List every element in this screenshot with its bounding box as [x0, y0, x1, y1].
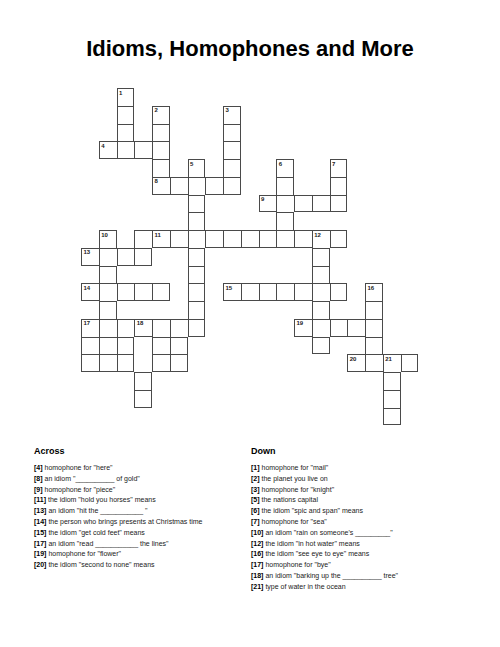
- cell-number-4: 4: [101, 143, 104, 150]
- clue-text: the planet you live on: [260, 475, 328, 482]
- clue-text: the idiom "see eye to eye" means: [263, 550, 369, 557]
- clue-across-11: [11] the idiom "hold you horses" means: [34, 495, 244, 506]
- grid-cell-r11c2[interactable]: [117, 283, 135, 301]
- grid-cell-r15c17[interactable]: 21: [383, 354, 401, 372]
- clue-number-label: [11]: [34, 496, 46, 503]
- clue-across-20: [20] the idiom "second to none" means: [34, 560, 244, 571]
- down-clue-list: [1] homophone for "mail"[2] the planet y…: [251, 463, 491, 593]
- grid-cell-r3c4[interactable]: [152, 141, 170, 159]
- clue-number-label: [3]: [251, 486, 260, 493]
- grid-cell-r16c17[interactable]: [383, 372, 401, 390]
- grid-cell-r2c4[interactable]: [152, 124, 170, 142]
- clue-number-label: [17]: [34, 540, 46, 547]
- grid-cell-r9c3[interactable]: [134, 248, 152, 266]
- grid-cell-r13c6[interactable]: [188, 319, 206, 337]
- clue-number-label: [10]: [251, 529, 263, 536]
- clue-number-label: [18]: [251, 572, 263, 579]
- clue-number-label: [8]: [34, 475, 43, 482]
- grid-cell-r7c6[interactable]: [188, 212, 206, 230]
- grid-cell-r1c2[interactable]: [117, 106, 135, 124]
- grid-cell-r12c6[interactable]: [188, 301, 206, 319]
- clue-number-label: [9]: [34, 486, 43, 493]
- clue-text: the nations capital: [260, 496, 318, 503]
- grid-cell-r11c0[interactable]: 14: [81, 283, 99, 301]
- clue-number-label: [4]: [34, 464, 43, 471]
- cell-number-15: 15: [226, 285, 233, 292]
- clue-across-15: [15] the idiom "get cold feet" means: [34, 528, 244, 539]
- clue-number-label: [13]: [34, 507, 46, 514]
- grid-cell-r6c12[interactable]: [294, 195, 312, 213]
- cell-number-17: 17: [84, 320, 91, 327]
- cell-number-19: 19: [297, 320, 304, 327]
- grid-cell-r8c11[interactable]: [276, 230, 294, 248]
- clue-text: the idiom "second to none" means: [46, 561, 154, 568]
- cell-number-11: 11: [155, 232, 161, 239]
- puzzle-page: Idioms, Homophones and More 123456789101…: [0, 0, 500, 647]
- grid-cell-r8c6[interactable]: [188, 230, 206, 248]
- cell-number-18: 18: [137, 320, 144, 327]
- clue-text: the person who brings presents at Christ…: [46, 518, 202, 525]
- cell-number-10: 10: [101, 232, 108, 239]
- clue-down-7: [7] homophone for "sea": [251, 517, 491, 528]
- clue-text: an idiom "barking up the __________ tree…: [263, 572, 398, 579]
- clue-text: the idiom "get cold feet" means: [46, 529, 144, 536]
- grid-cell-r11c10[interactable]: [259, 283, 277, 301]
- grid-cell-r12c13[interactable]: [312, 301, 330, 319]
- grid-cell-r12c16[interactable]: [365, 301, 383, 319]
- clue-across-17: [17] an idiom "read ___________ the line…: [34, 539, 244, 550]
- grid-cell-r8c7[interactable]: [205, 230, 223, 248]
- grid-cell-r6c11[interactable]: [276, 195, 294, 213]
- clue-number-label: [5]: [251, 496, 260, 503]
- cell-number-6: 6: [279, 161, 282, 168]
- grid-cell-r13c4[interactable]: [152, 319, 170, 337]
- clue-text: homophone for "flower": [46, 550, 121, 557]
- grid-cell-r9c13[interactable]: [312, 248, 330, 266]
- clue-number-label: [17]: [251, 561, 263, 568]
- clue-down-2: [2] the planet you live on: [251, 474, 491, 485]
- grid-cell-r6c13[interactable]: [312, 195, 330, 213]
- grid-cell-r14c16[interactable]: [365, 337, 383, 355]
- grid-cell-r17c17[interactable]: [383, 390, 401, 408]
- clue-text: the idiom "spic and span" means: [260, 507, 363, 514]
- clue-across-4: [4] homophone for "here": [34, 463, 244, 474]
- clue-number-label: [20]: [34, 561, 46, 568]
- grid-cell-r1c8[interactable]: 3: [223, 106, 241, 124]
- clue-text: the idiom "hold you horses" means: [46, 496, 156, 503]
- cell-number-21: 21: [385, 356, 392, 363]
- grid-cell-r8c14[interactable]: [330, 230, 348, 248]
- grid-cell-r15c5[interactable]: [170, 354, 188, 372]
- clue-number-label: [21]: [251, 583, 263, 590]
- clue-down-17: [17] homophone for "bye": [251, 560, 491, 571]
- clue-down-1: [1] homophone for "mail": [251, 463, 491, 474]
- grid-cell-r13c2[interactable]: [117, 319, 135, 337]
- clue-number-label: [12]: [251, 540, 263, 547]
- grid-cell-r5c11[interactable]: [276, 177, 294, 195]
- grid-cell-r13c16[interactable]: [365, 319, 383, 337]
- grid-cell-r9c2[interactable]: [117, 248, 135, 266]
- grid-cell-r10c6[interactable]: [188, 266, 206, 284]
- grid-cell-r8c12[interactable]: [294, 230, 312, 248]
- grid-cell-r14c1[interactable]: [99, 337, 117, 355]
- down-header: Down: [251, 446, 491, 456]
- grid-cell-r4c6[interactable]: 5: [188, 159, 206, 177]
- clue-down-16: [16] the idiom "see eye to eye" means: [251, 549, 491, 560]
- grid-cell-r11c6[interactable]: [188, 283, 206, 301]
- grid-cell-r11c1[interactable]: [99, 283, 117, 301]
- grid-cell-r11c11[interactable]: [276, 283, 294, 301]
- clue-number-label: [7]: [251, 518, 260, 525]
- clue-text: homophone for "piece": [43, 486, 116, 493]
- grid-cell-r16c3[interactable]: [134, 372, 152, 390]
- grid-cell-r11c13[interactable]: [312, 283, 330, 301]
- grid-cell-r14c2[interactable]: [117, 337, 135, 355]
- grid-cell-r15c0[interactable]: [81, 354, 99, 372]
- grid-cell-r15c16[interactable]: [365, 354, 383, 372]
- clue-number-label: [14]: [34, 518, 46, 525]
- clue-text: homophone for "here": [43, 464, 113, 471]
- cell-number-16: 16: [368, 285, 375, 292]
- grid-cell-r8c13[interactable]: 12: [312, 230, 330, 248]
- cell-number-1: 1: [119, 90, 122, 97]
- clue-text: an idiom "read ___________ the lines": [46, 540, 168, 547]
- grid-cell-r0c2[interactable]: 1: [117, 88, 135, 106]
- crossword-grid: 123456789101112131415161718192021: [81, 88, 418, 425]
- clue-across-19: [19] homophone for "flower": [34, 549, 244, 560]
- grid-cell-r8c9[interactable]: [241, 230, 259, 248]
- grid-cell-r2c8[interactable]: [223, 124, 241, 142]
- grid-cell-r5c8[interactable]: [223, 177, 241, 195]
- grid-cell-r6c6[interactable]: [188, 195, 206, 213]
- grid-cell-r12c1[interactable]: [99, 301, 117, 319]
- grid-cell-r14c4[interactable]: [152, 337, 170, 355]
- clue-text: homophone for "mail": [260, 464, 329, 471]
- grid-cell-r11c14[interactable]: [330, 283, 348, 301]
- grid-cell-r5c4[interactable]: 8: [152, 177, 170, 195]
- grid-cell-r13c13[interactable]: [312, 319, 330, 337]
- clue-text: homophone for "sea": [260, 518, 327, 525]
- clue-down-3: [3] homophone for "knight": [251, 485, 491, 496]
- grid-cell-r13c3[interactable]: 18: [134, 319, 152, 337]
- cell-number-14: 14: [84, 285, 91, 292]
- clue-number-label: [1]: [251, 464, 260, 471]
- clue-text: an idiom "hit the ___________ ": [46, 507, 147, 514]
- grid-cell-r14c5[interactable]: [170, 337, 188, 355]
- grid-cell-r4c11[interactable]: 6: [276, 159, 294, 177]
- clue-across-14: [14] the person who brings presents at C…: [34, 517, 244, 528]
- grid-cell-r14c0[interactable]: [81, 337, 99, 355]
- grid-cell-r2c2[interactable]: [117, 124, 135, 142]
- grid-cell-r14c13[interactable]: [312, 337, 330, 355]
- across-clue-list: [4] homophone for "here"[8] an idiom "__…: [34, 463, 244, 571]
- grid-cell-r11c9[interactable]: [241, 283, 259, 301]
- clue-number-label: [19]: [34, 550, 46, 557]
- grid-cell-r9c1[interactable]: [99, 248, 117, 266]
- cell-number-20: 20: [350, 356, 357, 363]
- grid-cell-r15c18[interactable]: [401, 354, 419, 372]
- grid-cell-r8c8[interactable]: [223, 230, 241, 248]
- grid-cell-r3c8[interactable]: [223, 141, 241, 159]
- clue-text: homophone for "bye": [263, 561, 330, 568]
- grid-cell-r10c13[interactable]: [312, 266, 330, 284]
- grid-cell-r15c1[interactable]: [99, 354, 117, 372]
- grid-cell-r15c15[interactable]: 20: [347, 354, 365, 372]
- grid-cell-r18c17[interactable]: [383, 408, 401, 426]
- grid-cell-r5c14[interactable]: [330, 177, 348, 195]
- grid-cell-r13c14[interactable]: [330, 319, 348, 337]
- clue-number-label: [15]: [34, 529, 46, 536]
- grid-cell-r11c8[interactable]: 15: [223, 283, 241, 301]
- grid-cell-r15c4[interactable]: [152, 354, 170, 372]
- grid-cell-r11c16[interactable]: 16: [365, 283, 383, 301]
- clue-text: an idiom "__________ of gold": [43, 475, 140, 482]
- cell-number-9: 9: [261, 196, 264, 203]
- cell-number-12: 12: [314, 232, 321, 239]
- grid-cell-r11c4[interactable]: [152, 283, 170, 301]
- cell-number-8: 8: [155, 178, 158, 185]
- clue-text: homophone for "knight": [260, 486, 335, 493]
- clue-number-label: [6]: [251, 507, 260, 514]
- grid-cell-r13c1[interactable]: [99, 319, 117, 337]
- grid-cell-r4c4[interactable]: [152, 159, 170, 177]
- clue-down-5: [5] the nations capital: [251, 495, 491, 506]
- grid-cell-r15c2[interactable]: [117, 354, 135, 372]
- grid-cell-r5c5[interactable]: [170, 177, 188, 195]
- grid-cell-r5c6[interactable]: [188, 177, 206, 195]
- clue-number-label: [2]: [251, 475, 260, 482]
- grid-cell-r8c1[interactable]: 10: [99, 230, 117, 248]
- clue-across-13: [13] an idiom "hit the ___________ ": [34, 506, 244, 517]
- clue-text: type of water in the ocean: [263, 583, 345, 590]
- clue-down-6: [6] the idiom "spic and span" means: [251, 506, 491, 517]
- clue-across-8: [8] an idiom "__________ of gold": [34, 474, 244, 485]
- clue-down-18: [18] an idiom "barking up the __________…: [251, 571, 491, 582]
- grid-cell-r1c4[interactable]: 2: [152, 106, 170, 124]
- grid-cell-r8c3[interactable]: [134, 230, 152, 248]
- grid-cell-r4c8[interactable]: [223, 159, 241, 177]
- across-clues-section: Across [4] homophone for "here"[8] an id…: [34, 446, 244, 571]
- grid-cell-r4c14[interactable]: 7: [330, 159, 348, 177]
- grid-cell-r6c14[interactable]: [330, 195, 348, 213]
- grid-cell-r6c10[interactable]: 9: [259, 195, 277, 213]
- clue-down-10: [10] an idiom "rain on someone's _______…: [251, 528, 491, 539]
- puzzle-title: Idioms, Homophones and More: [0, 36, 500, 62]
- grid-cell-r8c4[interactable]: 11: [152, 230, 170, 248]
- grid-cell-r3c1[interactable]: 4: [99, 141, 117, 159]
- grid-cell-r9c6[interactable]: [188, 248, 206, 266]
- grid-cell-r8c5[interactable]: [170, 230, 188, 248]
- cell-number-3: 3: [226, 107, 229, 114]
- grid-cell-r9c0[interactable]: 13: [81, 248, 99, 266]
- cell-number-2: 2: [155, 107, 158, 114]
- clue-number-label: [16]: [251, 550, 263, 557]
- grid-cell-r13c0[interactable]: 17: [81, 319, 99, 337]
- grid-cell-r13c15[interactable]: [347, 319, 365, 337]
- across-header: Across: [34, 446, 244, 456]
- grid-cell-r11c3[interactable]: [134, 283, 152, 301]
- grid-cell-r8c10[interactable]: [259, 230, 277, 248]
- grid-cell-r7c11[interactable]: [276, 212, 294, 230]
- clue-down-12: [12] the idiom "in hot water" means: [251, 539, 491, 550]
- down-clues-section: Down [1] homophone for "mail"[2] the pla…: [251, 446, 491, 593]
- grid-cell-r3c3[interactable]: [134, 141, 152, 159]
- grid-cell-r11c12[interactable]: [294, 283, 312, 301]
- clue-down-21: [21] type of water in the ocean: [251, 582, 491, 593]
- grid-cell-r17c3[interactable]: [134, 390, 152, 408]
- grid-cell-r5c7[interactable]: [205, 177, 223, 195]
- clue-text: the idiom "in hot water" means: [263, 540, 359, 547]
- grid-cell-r13c12[interactable]: 19: [294, 319, 312, 337]
- cell-number-5: 5: [190, 161, 193, 168]
- cell-number-7: 7: [332, 161, 335, 168]
- grid-cell-r10c1[interactable]: [99, 266, 117, 284]
- grid-cell-r3c2[interactable]: [117, 141, 135, 159]
- cell-number-13: 13: [84, 249, 91, 256]
- grid-cell-r13c5[interactable]: [170, 319, 188, 337]
- clue-across-9: [9] homophone for "piece": [34, 485, 244, 496]
- clue-text: an idiom "rain on someone's _________": [263, 529, 392, 536]
